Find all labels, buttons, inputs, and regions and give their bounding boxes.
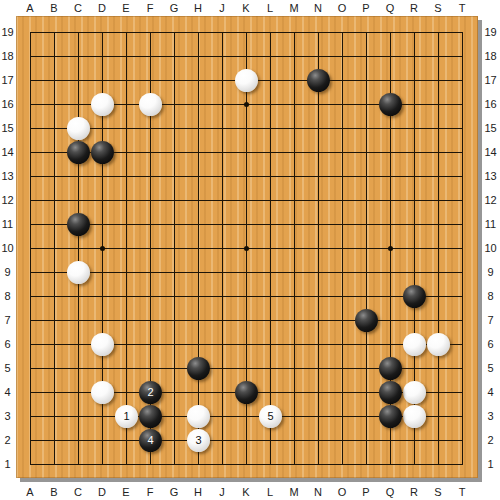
coord-label-bottom-P: P [362,486,369,498]
coord-label-bottom-R: R [410,486,418,498]
coord-label-top-B: B [50,2,57,14]
stone-white-F16 [139,93,162,116]
grid-line-vertical [366,32,367,465]
coord-label-left-8: 8 [0,289,15,303]
coord-label-right-5: 5 [482,361,499,375]
coord-label-right-1: 1 [482,457,499,471]
grid-line-vertical [294,32,295,465]
stone-white-K17 [235,69,258,92]
grid-line-vertical [270,32,271,465]
coord-label-top-T: T [459,2,466,14]
stone-white-D4 [91,381,114,404]
stone-white-R6 [403,333,426,356]
coord-label-right-7: 7 [482,313,499,327]
coord-label-left-5: 5 [0,361,15,375]
coord-label-left-14: 14 [0,145,15,159]
coord-label-top-N: N [314,2,322,14]
coord-label-bottom-B: B [50,486,57,498]
coord-label-left-18: 18 [0,49,15,63]
stone-black-F3 [139,405,162,428]
coord-label-left-7: 7 [0,313,15,327]
coord-label-right-9: 9 [482,265,499,279]
coord-label-top-P: P [362,2,369,14]
stone-black-Q3 [379,405,402,428]
grid-line-horizontal [30,272,463,273]
move-number-label: 5 [267,411,273,422]
coord-label-right-12: 12 [482,193,499,207]
coord-label-top-F: F [147,2,154,14]
coord-label-bottom-N: N [314,486,322,498]
coord-label-bottom-J: J [219,486,225,498]
coord-label-left-16: 16 [0,97,15,111]
stone-black-P7 [355,309,378,332]
stone-white-E3: 1 [115,405,138,428]
coord-label-top-L: L [267,2,273,14]
coord-label-top-D: D [98,2,106,14]
coord-label-bottom-D: D [98,486,106,498]
coord-label-top-R: R [410,2,418,14]
coord-label-left-19: 19 [0,25,15,39]
stone-black-N17 [307,69,330,92]
stone-black-D14 [91,141,114,164]
coord-label-right-2: 2 [482,433,499,447]
grid-line-vertical [462,32,463,465]
coord-label-left-3: 3 [0,409,15,423]
stone-white-D6 [91,333,114,356]
coord-label-top-C: C [74,2,82,14]
coord-label-top-Q: Q [386,2,395,14]
coord-label-top-K: K [242,2,249,14]
coord-label-left-6: 6 [0,337,15,351]
coord-label-top-G: G [170,2,179,14]
coord-label-bottom-H: H [194,486,202,498]
coord-label-bottom-C: C [74,486,82,498]
grid-line-horizontal [30,296,463,297]
grid-line-horizontal [30,464,463,465]
grid-line-horizontal [30,320,463,321]
coord-label-top-M: M [289,2,298,14]
coord-label-right-18: 18 [482,49,499,63]
coord-label-bottom-E: E [122,486,129,498]
coord-label-right-8: 8 [482,289,499,303]
coord-label-left-9: 9 [0,265,15,279]
coord-label-right-17: 17 [482,73,499,87]
stone-black-C11 [67,213,90,236]
stone-white-C15 [67,117,90,140]
coord-label-right-19: 19 [482,25,499,39]
coord-label-right-3: 3 [482,409,499,423]
coord-label-left-13: 13 [0,169,15,183]
stone-black-R8 [403,285,426,308]
move-number-label: 3 [195,435,201,446]
stone-white-R3 [403,405,426,428]
coord-label-left-15: 15 [0,121,15,135]
stone-black-F4: 2 [139,381,162,404]
stone-black-Q5 [379,357,402,380]
stone-black-Q4 [379,381,402,404]
go-board[interactable]: 13524 [16,16,478,478]
move-number-label: 2 [147,387,153,398]
coord-label-left-10: 10 [0,241,15,255]
stone-black-K4 [235,381,258,404]
coord-label-bottom-O: O [338,486,347,498]
stone-black-Q16 [379,93,402,116]
grid-line-horizontal [30,440,463,441]
coord-label-top-E: E [122,2,129,14]
grid-line-vertical [438,32,439,465]
coord-label-top-O: O [338,2,347,14]
stone-white-R4 [403,381,426,404]
coord-label-left-17: 17 [0,73,15,87]
coord-label-right-16: 16 [482,97,499,111]
coord-label-bottom-L: L [267,486,273,498]
coord-label-right-11: 11 [482,217,499,231]
grid-line-vertical [342,32,343,465]
coord-label-right-4: 4 [482,385,499,399]
coord-label-bottom-K: K [242,486,249,498]
stone-black-F2: 4 [139,429,162,452]
move-number-label: 1 [123,411,129,422]
coord-label-left-1: 1 [0,457,15,471]
grid-line-vertical [318,32,319,465]
coord-label-right-10: 10 [482,241,499,255]
stone-white-D16 [91,93,114,116]
star-point-K16 [244,102,249,107]
coord-label-bottom-Q: Q [386,486,395,498]
coord-label-left-12: 12 [0,193,15,207]
coord-label-right-15: 15 [482,121,499,135]
coord-label-bottom-G: G [170,486,179,498]
stone-black-H5 [187,357,210,380]
coord-label-top-S: S [434,2,441,14]
coord-label-left-2: 2 [0,433,15,447]
coord-label-bottom-A: A [26,486,33,498]
stone-white-S6 [427,333,450,356]
coord-label-left-11: 11 [0,217,15,231]
star-point-Q10 [388,246,393,251]
coord-label-top-A: A [26,2,33,14]
stone-white-H2: 3 [187,429,210,452]
go-app-screen: 13524 AABBCCDDEEFFGGHHJJKKLLMMNNOOPPQQRR… [0,0,500,500]
stone-black-C14 [67,141,90,164]
coord-label-right-6: 6 [482,337,499,351]
stone-white-L3: 5 [259,405,282,428]
coord-label-top-J: J [219,2,225,14]
move-number-label: 4 [147,435,153,446]
stone-white-H3 [187,405,210,428]
coord-label-bottom-T: T [459,486,466,498]
stone-white-C9 [67,261,90,284]
coord-label-right-14: 14 [482,145,499,159]
star-point-D10 [100,246,105,251]
coord-label-left-4: 4 [0,385,15,399]
coord-label-bottom-F: F [147,486,154,498]
coord-label-bottom-M: M [289,486,298,498]
coord-label-top-H: H [194,2,202,14]
star-point-K10 [244,246,249,251]
coord-label-right-13: 13 [482,169,499,183]
coord-label-bottom-S: S [434,486,441,498]
